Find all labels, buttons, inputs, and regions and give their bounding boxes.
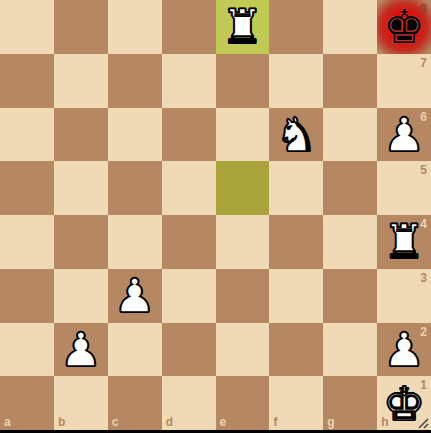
- square-d1[interactable]: d: [162, 376, 216, 430]
- square-h3[interactable]: 3: [377, 269, 431, 323]
- square-b8[interactable]: [54, 0, 108, 54]
- resize-handle-icon[interactable]: [416, 416, 429, 429]
- square-e3[interactable]: [216, 269, 270, 323]
- square-f3[interactable]: [269, 269, 323, 323]
- square-e2[interactable]: [216, 323, 270, 377]
- white-pawn[interactable]: ♟: [60, 326, 102, 373]
- square-e1[interactable]: e: [216, 376, 270, 430]
- square-c4[interactable]: [108, 215, 162, 269]
- square-h2[interactable]: ♟2: [377, 323, 431, 377]
- chess-app: ♜♚87♞♟65♜4♟3♟♟2abcdefg♚1h: [0, 0, 431, 433]
- square-g2[interactable]: [323, 323, 377, 377]
- square-f4[interactable]: [269, 215, 323, 269]
- square-e7[interactable]: [216, 54, 270, 108]
- file-label-e: e: [220, 415, 227, 429]
- white-pawn[interactable]: ♟: [383, 111, 425, 158]
- square-f1[interactable]: f: [269, 376, 323, 430]
- board: ♜♚87♞♟65♜4♟3♟♟2abcdefg♚1h: [0, 0, 431, 430]
- square-g5[interactable]: [323, 161, 377, 215]
- square-d6[interactable]: [162, 108, 216, 162]
- white-rook[interactable]: ♜: [221, 3, 263, 50]
- square-f2[interactable]: [269, 323, 323, 377]
- file-label-b: b: [58, 415, 65, 429]
- square-c5[interactable]: [108, 161, 162, 215]
- square-d3[interactable]: [162, 269, 216, 323]
- square-g7[interactable]: [323, 54, 377, 108]
- square-g4[interactable]: [323, 215, 377, 269]
- square-f5[interactable]: [269, 161, 323, 215]
- white-pawn[interactable]: ♟: [383, 326, 425, 373]
- square-b6[interactable]: [54, 108, 108, 162]
- square-a3[interactable]: [0, 269, 54, 323]
- square-e5[interactable]: [216, 161, 270, 215]
- square-a2[interactable]: [0, 323, 54, 377]
- square-c7[interactable]: [108, 54, 162, 108]
- square-d8[interactable]: [162, 0, 216, 54]
- file-label-c: c: [112, 415, 119, 429]
- square-b2[interactable]: ♟: [54, 323, 108, 377]
- square-a7[interactable]: [0, 54, 54, 108]
- square-b7[interactable]: [54, 54, 108, 108]
- square-b1[interactable]: b: [54, 376, 108, 430]
- file-label-a: a: [4, 415, 11, 429]
- square-d4[interactable]: [162, 215, 216, 269]
- square-d2[interactable]: [162, 323, 216, 377]
- rank-label-5: 5: [420, 163, 427, 177]
- square-a6[interactable]: [0, 108, 54, 162]
- square-c6[interactable]: [108, 108, 162, 162]
- square-h4[interactable]: ♜4: [377, 215, 431, 269]
- square-f8[interactable]: [269, 0, 323, 54]
- square-g3[interactable]: [323, 269, 377, 323]
- white-pawn[interactable]: ♟: [114, 272, 156, 319]
- file-label-g: g: [327, 415, 334, 429]
- square-h8[interactable]: ♚8: [377, 0, 431, 54]
- square-b4[interactable]: [54, 215, 108, 269]
- square-d7[interactable]: [162, 54, 216, 108]
- white-knight[interactable]: ♞: [275, 111, 317, 158]
- file-label-f: f: [273, 415, 277, 429]
- square-c2[interactable]: [108, 323, 162, 377]
- square-d5[interactable]: [162, 161, 216, 215]
- square-c1[interactable]: c: [108, 376, 162, 430]
- rank-label-7: 7: [420, 56, 427, 70]
- square-h5[interactable]: 5: [377, 161, 431, 215]
- black-king[interactable]: ♚: [383, 3, 425, 50]
- white-rook[interactable]: ♜: [383, 218, 425, 265]
- square-a8[interactable]: [0, 0, 54, 54]
- square-a4[interactable]: [0, 215, 54, 269]
- square-b5[interactable]: [54, 161, 108, 215]
- square-b3[interactable]: [54, 269, 108, 323]
- square-f7[interactable]: [269, 54, 323, 108]
- file-label-d: d: [166, 415, 173, 429]
- square-e4[interactable]: [216, 215, 270, 269]
- square-g6[interactable]: [323, 108, 377, 162]
- square-h6[interactable]: ♟6: [377, 108, 431, 162]
- square-g1[interactable]: g: [323, 376, 377, 430]
- square-a1[interactable]: a: [0, 376, 54, 430]
- square-f6[interactable]: ♞: [269, 108, 323, 162]
- square-g8[interactable]: [323, 0, 377, 54]
- square-a5[interactable]: [0, 161, 54, 215]
- square-e6[interactable]: [216, 108, 270, 162]
- rank-label-3: 3: [420, 271, 427, 285]
- square-e8[interactable]: ♜: [216, 0, 270, 54]
- square-h7[interactable]: 7: [377, 54, 431, 108]
- square-c3[interactable]: ♟: [108, 269, 162, 323]
- square-c8[interactable]: [108, 0, 162, 54]
